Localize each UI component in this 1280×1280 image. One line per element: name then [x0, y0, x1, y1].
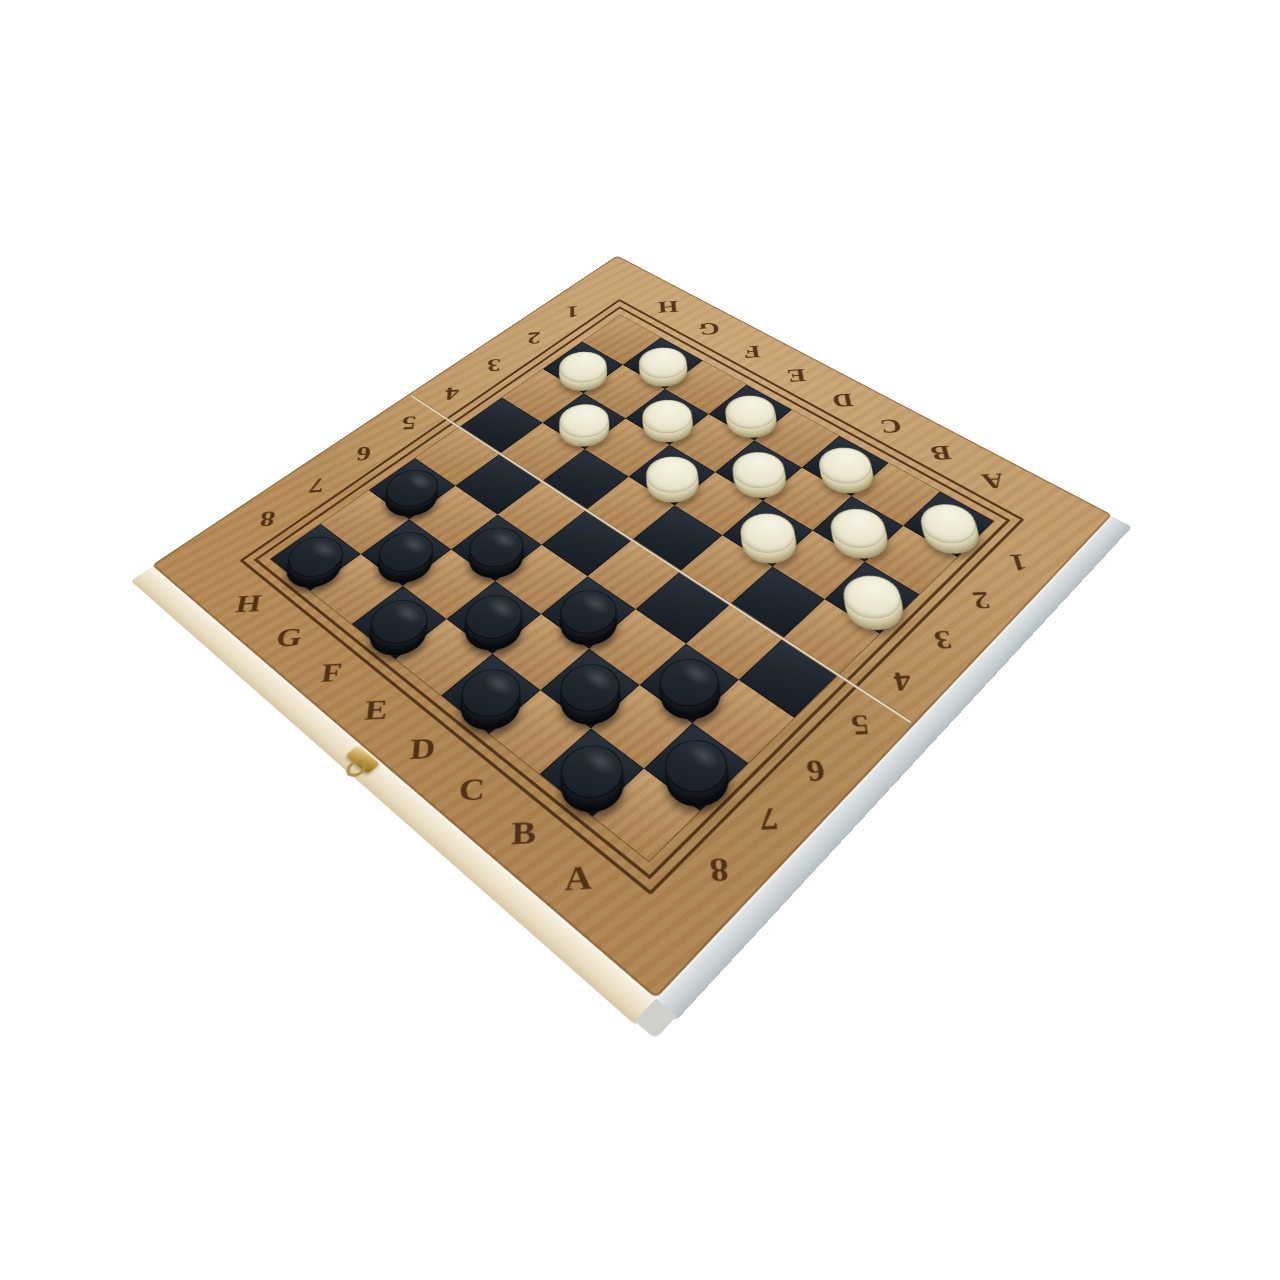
- file-label: G: [253, 618, 326, 658]
- rank-label: 8: [241, 496, 292, 543]
- rank-label: 4: [430, 374, 472, 414]
- file-label: D: [810, 385, 874, 415]
- file-label: C: [857, 411, 923, 442]
- file-label: H: [640, 294, 696, 320]
- file-label: F: [722, 338, 782, 366]
- file-label: D: [385, 727, 460, 772]
- file-label: E: [765, 361, 827, 390]
- rank-label: 7: [291, 463, 340, 508]
- rank-label: 2: [514, 320, 552, 357]
- rank-label: 6: [785, 739, 845, 804]
- game-board: HGFEDCBA HGFEDCBA 12345678 12345678: [152, 255, 1112, 998]
- rank-label: 8: [689, 834, 749, 907]
- rank-label: 6: [340, 432, 387, 475]
- rank-label: 7: [738, 785, 798, 854]
- file-label: C: [434, 767, 510, 814]
- file-label: B: [485, 809, 562, 859]
- file-label: H: [213, 585, 285, 623]
- rank-label: 3: [473, 346, 513, 384]
- file-label: G: [680, 316, 738, 343]
- file-label: E: [339, 689, 414, 732]
- file-label: B: [906, 437, 975, 469]
- file-label: F: [295, 653, 369, 694]
- rank-label: 1: [554, 294, 592, 329]
- file-label: A: [539, 853, 618, 905]
- file-label: A: [957, 464, 1028, 497]
- product-photo-stage: HGFEDCBA HGFEDCBA 12345678 12345678: [0, 0, 1280, 1280]
- rank-label: 5: [386, 402, 430, 444]
